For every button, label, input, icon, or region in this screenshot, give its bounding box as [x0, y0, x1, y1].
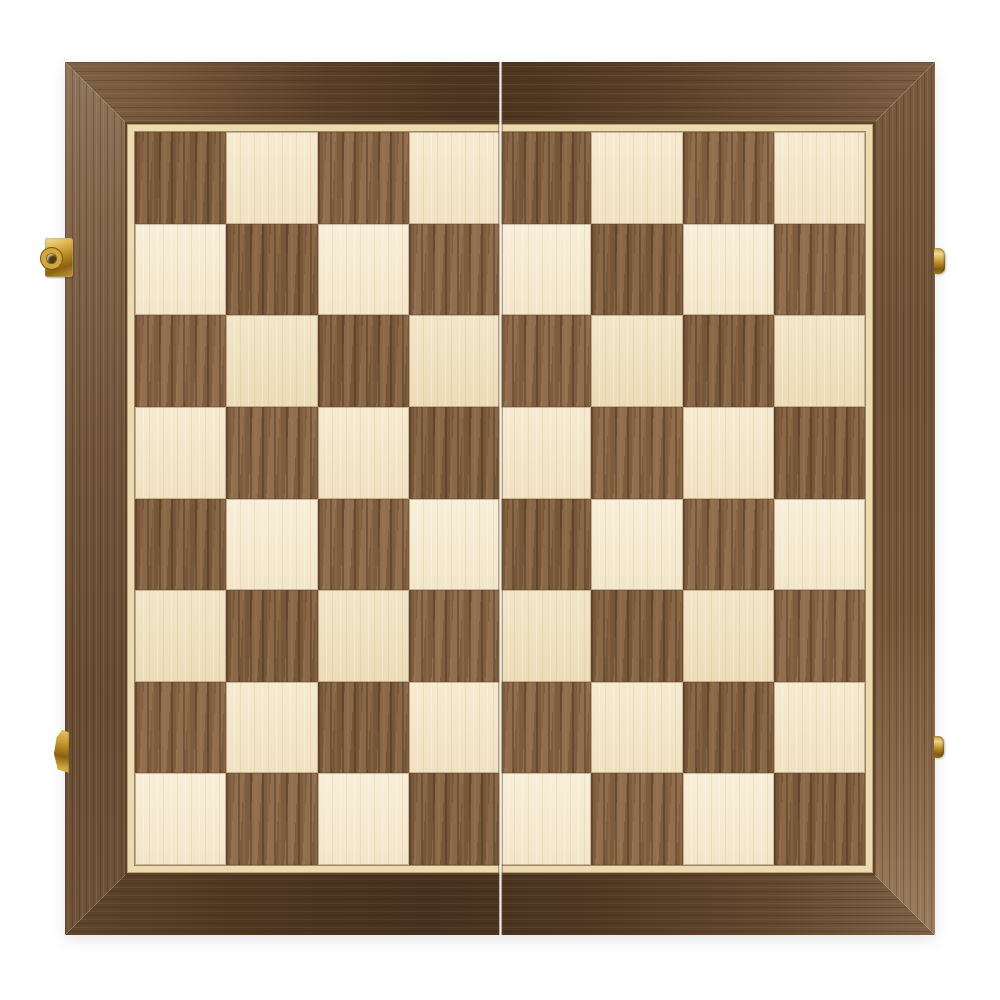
folding-seam	[498, 62, 503, 935]
square-b8[interactable]	[226, 132, 317, 224]
square-g5[interactable]	[683, 407, 774, 499]
square-c6[interactable]	[318, 315, 409, 407]
square-f2[interactable]	[591, 682, 682, 774]
square-f5[interactable]	[591, 407, 682, 499]
square-e7[interactable]	[500, 224, 591, 316]
square-d3[interactable]	[409, 590, 500, 682]
square-e1[interactable]	[500, 773, 591, 865]
square-h7[interactable]	[774, 224, 865, 316]
board-frame-right	[875, 62, 935, 935]
square-d1[interactable]	[409, 773, 500, 865]
square-e2[interactable]	[500, 682, 591, 774]
square-a1[interactable]	[135, 773, 226, 865]
board-frame-left	[65, 62, 125, 935]
square-g4[interactable]	[683, 499, 774, 591]
square-g8[interactable]	[683, 132, 774, 224]
square-h6[interactable]	[774, 315, 865, 407]
square-d2[interactable]	[409, 682, 500, 774]
brass-clasp-left-bottom	[54, 730, 69, 773]
square-a4[interactable]	[135, 499, 226, 591]
square-c2[interactable]	[318, 682, 409, 774]
square-h3[interactable]	[774, 590, 865, 682]
square-h8[interactable]	[774, 132, 865, 224]
square-d8[interactable]	[409, 132, 500, 224]
square-d4[interactable]	[409, 499, 500, 591]
square-c1[interactable]	[318, 773, 409, 865]
square-h1[interactable]	[774, 773, 865, 865]
square-c5[interactable]	[318, 407, 409, 499]
square-f1[interactable]	[591, 773, 682, 865]
square-a8[interactable]	[135, 132, 226, 224]
square-b1[interactable]	[226, 773, 317, 865]
square-b7[interactable]	[226, 224, 317, 316]
square-g7[interactable]	[683, 224, 774, 316]
square-g1[interactable]	[683, 773, 774, 865]
square-f6[interactable]	[591, 315, 682, 407]
clasp-ring	[41, 248, 62, 269]
square-h4[interactable]	[774, 499, 865, 591]
square-g3[interactable]	[683, 590, 774, 682]
square-b3[interactable]	[226, 590, 317, 682]
square-a5[interactable]	[135, 407, 226, 499]
square-d6[interactable]	[409, 315, 500, 407]
brass-clasp-left-top	[41, 238, 73, 277]
square-d7[interactable]	[409, 224, 500, 316]
square-g6[interactable]	[683, 315, 774, 407]
square-e8[interactable]	[500, 132, 591, 224]
square-a7[interactable]	[135, 224, 226, 316]
square-c3[interactable]	[318, 590, 409, 682]
product-photo	[0, 0, 1000, 1000]
square-a3[interactable]	[135, 590, 226, 682]
square-e6[interactable]	[500, 315, 591, 407]
brass-hinge-knob-right-bottom	[934, 736, 944, 758]
square-c8[interactable]	[318, 132, 409, 224]
chess-board	[65, 62, 935, 935]
square-d5[interactable]	[409, 407, 500, 499]
square-c4[interactable]	[318, 499, 409, 591]
square-h5[interactable]	[774, 407, 865, 499]
square-e3[interactable]	[500, 590, 591, 682]
square-c7[interactable]	[318, 224, 409, 316]
square-b4[interactable]	[226, 499, 317, 591]
square-g2[interactable]	[683, 682, 774, 774]
square-e5[interactable]	[500, 407, 591, 499]
square-b6[interactable]	[226, 315, 317, 407]
square-b5[interactable]	[226, 407, 317, 499]
square-b2[interactable]	[226, 682, 317, 774]
square-e4[interactable]	[500, 499, 591, 591]
square-a6[interactable]	[135, 315, 226, 407]
square-f3[interactable]	[591, 590, 682, 682]
square-f4[interactable]	[591, 499, 682, 591]
square-h2[interactable]	[774, 682, 865, 774]
square-f7[interactable]	[591, 224, 682, 316]
brass-hinge-knob-right-top	[934, 248, 945, 274]
square-a2[interactable]	[135, 682, 226, 774]
square-f8[interactable]	[591, 132, 682, 224]
